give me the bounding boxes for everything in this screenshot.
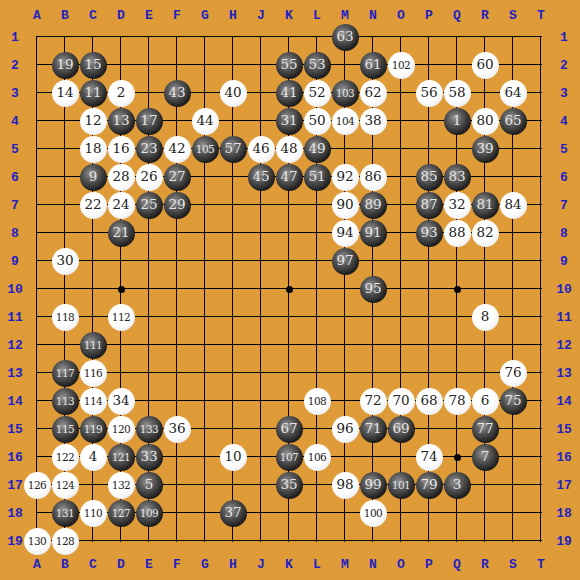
intersection-O7[interactable] <box>387 191 415 219</box>
intersection-P10[interactable] <box>415 275 443 303</box>
white-stone-R8[interactable]: 82 <box>472 220 499 247</box>
intersection-H19[interactable] <box>219 527 247 555</box>
intersection-E10[interactable] <box>135 275 163 303</box>
white-stone-M8[interactable]: 94 <box>332 220 359 247</box>
intersection-M18[interactable] <box>331 499 359 527</box>
intersection-F6[interactable]: 27 <box>163 163 191 191</box>
intersection-N4[interactable]: 38 <box>359 107 387 135</box>
intersection-B13[interactable]: 117 <box>51 359 79 387</box>
black-stone-H5[interactable]: 57 <box>220 136 247 163</box>
intersection-O18[interactable] <box>387 499 415 527</box>
intersection-G4[interactable]: 44 <box>191 107 219 135</box>
black-stone-C12[interactable]: 111 <box>80 332 107 359</box>
intersection-S1[interactable] <box>499 23 527 51</box>
intersection-C13[interactable]: 116 <box>79 359 107 387</box>
black-stone-E15[interactable]: 133 <box>136 416 163 443</box>
intersection-B8[interactable] <box>51 219 79 247</box>
intersection-C4[interactable]: 12 <box>79 107 107 135</box>
intersection-L8[interactable] <box>303 219 331 247</box>
intersection-L6[interactable]: 51 <box>303 163 331 191</box>
intersection-H7[interactable] <box>219 191 247 219</box>
intersection-S12[interactable] <box>499 331 527 359</box>
intersection-Q17[interactable]: 3 <box>443 471 471 499</box>
intersection-D13[interactable] <box>107 359 135 387</box>
intersection-J13[interactable] <box>247 359 275 387</box>
white-stone-K5[interactable]: 48 <box>276 136 303 163</box>
intersection-T15[interactable] <box>527 415 555 443</box>
intersection-K14[interactable] <box>275 387 303 415</box>
intersection-S15[interactable] <box>499 415 527 443</box>
intersection-T6[interactable] <box>527 163 555 191</box>
intersection-P4[interactable] <box>415 107 443 135</box>
intersection-A10[interactable] <box>23 275 51 303</box>
intersection-J14[interactable] <box>247 387 275 415</box>
intersection-O2[interactable]: 102 <box>387 51 415 79</box>
intersection-P6[interactable]: 85 <box>415 163 443 191</box>
intersection-N9[interactable] <box>359 247 387 275</box>
intersection-B7[interactable] <box>51 191 79 219</box>
white-stone-L4[interactable]: 50 <box>304 108 331 135</box>
intersection-G14[interactable] <box>191 387 219 415</box>
intersection-B9[interactable]: 30 <box>51 247 79 275</box>
intersection-H9[interactable] <box>219 247 247 275</box>
black-stone-K3[interactable]: 41 <box>276 80 303 107</box>
white-stone-E6[interactable]: 26 <box>136 164 163 191</box>
intersection-O17[interactable]: 101 <box>387 471 415 499</box>
white-stone-R11[interactable]: 8 <box>472 304 499 331</box>
intersection-A4[interactable] <box>23 107 51 135</box>
white-stone-P14[interactable]: 68 <box>416 388 443 415</box>
intersection-G16[interactable] <box>191 443 219 471</box>
intersection-B16[interactable]: 122 <box>51 443 79 471</box>
intersection-G19[interactable] <box>191 527 219 555</box>
intersection-J7[interactable] <box>247 191 275 219</box>
intersection-S7[interactable]: 84 <box>499 191 527 219</box>
intersection-D14[interactable]: 34 <box>107 387 135 415</box>
white-stone-Q3[interactable]: 58 <box>444 80 471 107</box>
black-stone-O15[interactable]: 69 <box>388 416 415 443</box>
intersection-P12[interactable] <box>415 331 443 359</box>
intersection-L1[interactable] <box>303 23 331 51</box>
black-stone-J6[interactable]: 45 <box>248 164 275 191</box>
intersection-F7[interactable]: 29 <box>163 191 191 219</box>
white-stone-P16[interactable]: 74 <box>416 444 443 471</box>
intersection-J10[interactable] <box>247 275 275 303</box>
intersection-K8[interactable] <box>275 219 303 247</box>
intersection-F1[interactable] <box>163 23 191 51</box>
black-stone-B18[interactable]: 131 <box>52 500 79 527</box>
white-stone-B11[interactable]: 118 <box>52 304 79 331</box>
intersection-S2[interactable] <box>499 51 527 79</box>
white-stone-H16[interactable]: 10 <box>220 444 247 471</box>
intersection-N5[interactable] <box>359 135 387 163</box>
black-stone-P8[interactable]: 93 <box>416 220 443 247</box>
intersection-R9[interactable] <box>471 247 499 275</box>
intersection-M8[interactable]: 94 <box>331 219 359 247</box>
black-stone-P7[interactable]: 87 <box>416 192 443 219</box>
intersection-G17[interactable] <box>191 471 219 499</box>
black-stone-K6[interactable]: 47 <box>276 164 303 191</box>
white-stone-F5[interactable]: 42 <box>164 136 191 163</box>
intersection-R6[interactable] <box>471 163 499 191</box>
white-stone-M6[interactable]: 92 <box>332 164 359 191</box>
intersection-S6[interactable] <box>499 163 527 191</box>
black-stone-F7[interactable]: 29 <box>164 192 191 219</box>
intersection-G11[interactable] <box>191 303 219 331</box>
intersection-Q4[interactable]: 1 <box>443 107 471 135</box>
intersection-D8[interactable]: 21 <box>107 219 135 247</box>
black-stone-D8[interactable]: 21 <box>108 220 135 247</box>
intersection-D10[interactable] <box>107 275 135 303</box>
intersection-Q13[interactable] <box>443 359 471 387</box>
intersection-E6[interactable]: 26 <box>135 163 163 191</box>
black-stone-M9[interactable]: 97 <box>332 248 359 275</box>
intersection-B10[interactable] <box>51 275 79 303</box>
intersection-S10[interactable] <box>499 275 527 303</box>
intersection-O3[interactable] <box>387 79 415 107</box>
white-stone-C13[interactable]: 116 <box>80 360 107 387</box>
white-stone-L14[interactable]: 108 <box>304 388 331 415</box>
white-stone-D11[interactable]: 112 <box>108 304 135 331</box>
intersection-F12[interactable] <box>163 331 191 359</box>
intersection-S19[interactable] <box>499 527 527 555</box>
intersection-K2[interactable]: 55 <box>275 51 303 79</box>
intersection-P1[interactable] <box>415 23 443 51</box>
intersection-T5[interactable] <box>527 135 555 163</box>
intersection-J1[interactable] <box>247 23 275 51</box>
intersection-Q6[interactable]: 83 <box>443 163 471 191</box>
white-stone-C4[interactable]: 12 <box>80 108 107 135</box>
intersection-C12[interactable]: 111 <box>79 331 107 359</box>
intersection-F13[interactable] <box>163 359 191 387</box>
black-stone-S4[interactable]: 65 <box>500 108 527 135</box>
intersection-H3[interactable]: 40 <box>219 79 247 107</box>
black-stone-F3[interactable]: 43 <box>164 80 191 107</box>
intersection-Q19[interactable] <box>443 527 471 555</box>
intersection-E8[interactable] <box>135 219 163 247</box>
intersection-G2[interactable] <box>191 51 219 79</box>
intersection-G3[interactable] <box>191 79 219 107</box>
black-stone-K2[interactable]: 55 <box>276 52 303 79</box>
intersection-L9[interactable] <box>303 247 331 275</box>
intersection-T19[interactable] <box>527 527 555 555</box>
intersection-C8[interactable] <box>79 219 107 247</box>
intersection-Q14[interactable]: 78 <box>443 387 471 415</box>
intersection-B4[interactable] <box>51 107 79 135</box>
intersection-Q2[interactable] <box>443 51 471 79</box>
intersection-J6[interactable]: 45 <box>247 163 275 191</box>
white-stone-D7[interactable]: 24 <box>108 192 135 219</box>
white-stone-L3[interactable]: 52 <box>304 80 331 107</box>
intersection-S13[interactable]: 76 <box>499 359 527 387</box>
intersection-F16[interactable] <box>163 443 191 471</box>
intersection-D12[interactable] <box>107 331 135 359</box>
intersection-T2[interactable] <box>527 51 555 79</box>
intersection-K15[interactable]: 67 <box>275 415 303 443</box>
white-stone-D6[interactable]: 28 <box>108 164 135 191</box>
intersection-F9[interactable] <box>163 247 191 275</box>
black-stone-K15[interactable]: 67 <box>276 416 303 443</box>
intersection-N19[interactable] <box>359 527 387 555</box>
intersection-K4[interactable]: 31 <box>275 107 303 135</box>
intersection-L7[interactable] <box>303 191 331 219</box>
intersection-R16[interactable]: 7 <box>471 443 499 471</box>
white-stone-R14[interactable]: 6 <box>472 388 499 415</box>
intersection-T13[interactable] <box>527 359 555 387</box>
intersection-H18[interactable]: 37 <box>219 499 247 527</box>
intersection-Q18[interactable] <box>443 499 471 527</box>
intersection-G12[interactable] <box>191 331 219 359</box>
intersection-O14[interactable]: 70 <box>387 387 415 415</box>
intersection-Q9[interactable] <box>443 247 471 275</box>
white-stone-O14[interactable]: 70 <box>388 388 415 415</box>
intersection-P3[interactable]: 56 <box>415 79 443 107</box>
intersection-P14[interactable]: 68 <box>415 387 443 415</box>
intersection-D19[interactable] <box>107 527 135 555</box>
intersection-N8[interactable]: 91 <box>359 219 387 247</box>
intersection-T1[interactable] <box>527 23 555 51</box>
intersection-F5[interactable]: 42 <box>163 135 191 163</box>
black-stone-C3[interactable]: 11 <box>80 80 107 107</box>
intersection-T8[interactable] <box>527 219 555 247</box>
intersection-D2[interactable] <box>107 51 135 79</box>
intersection-K10[interactable] <box>275 275 303 303</box>
intersection-K6[interactable]: 47 <box>275 163 303 191</box>
intersection-K7[interactable] <box>275 191 303 219</box>
black-stone-K16[interactable]: 107 <box>276 444 303 471</box>
black-stone-N10[interactable]: 95 <box>360 276 387 303</box>
black-stone-D18[interactable]: 127 <box>108 500 135 527</box>
black-stone-G5[interactable]: 105 <box>192 136 219 163</box>
intersection-Q10[interactable] <box>443 275 471 303</box>
black-stone-Q4[interactable]: 1 <box>444 108 471 135</box>
intersection-E7[interactable]: 25 <box>135 191 163 219</box>
white-stone-L16[interactable]: 106 <box>304 444 331 471</box>
white-stone-Q8[interactable]: 88 <box>444 220 471 247</box>
intersection-P15[interactable] <box>415 415 443 443</box>
black-stone-B13[interactable]: 117 <box>52 360 79 387</box>
intersection-M11[interactable] <box>331 303 359 331</box>
intersection-K11[interactable] <box>275 303 303 331</box>
black-stone-E18[interactable]: 109 <box>136 500 163 527</box>
intersection-G1[interactable] <box>191 23 219 51</box>
intersection-P9[interactable] <box>415 247 443 275</box>
intersection-C7[interactable]: 22 <box>79 191 107 219</box>
intersection-A16[interactable] <box>23 443 51 471</box>
intersection-T17[interactable] <box>527 471 555 499</box>
intersection-L19[interactable] <box>303 527 331 555</box>
intersection-T4[interactable] <box>527 107 555 135</box>
black-stone-N7[interactable]: 89 <box>360 192 387 219</box>
intersection-A3[interactable] <box>23 79 51 107</box>
intersection-T18[interactable] <box>527 499 555 527</box>
intersection-C5[interactable]: 18 <box>79 135 107 163</box>
intersection-S8[interactable] <box>499 219 527 247</box>
intersection-N14[interactable]: 72 <box>359 387 387 415</box>
intersection-D18[interactable]: 127 <box>107 499 135 527</box>
intersection-L5[interactable]: 49 <box>303 135 331 163</box>
black-stone-K17[interactable]: 35 <box>276 472 303 499</box>
intersection-L16[interactable]: 106 <box>303 443 331 471</box>
intersection-T9[interactable] <box>527 247 555 275</box>
intersection-G13[interactable] <box>191 359 219 387</box>
black-stone-D16[interactable]: 121 <box>108 444 135 471</box>
intersection-R10[interactable] <box>471 275 499 303</box>
intersection-E15[interactable]: 133 <box>135 415 163 443</box>
intersection-G10[interactable] <box>191 275 219 303</box>
intersection-Q12[interactable] <box>443 331 471 359</box>
intersection-Q16[interactable] <box>443 443 471 471</box>
intersection-H2[interactable] <box>219 51 247 79</box>
intersection-Q11[interactable] <box>443 303 471 331</box>
intersection-C15[interactable]: 119 <box>79 415 107 443</box>
intersection-T14[interactable] <box>527 387 555 415</box>
intersection-F2[interactable] <box>163 51 191 79</box>
white-stone-C5[interactable]: 18 <box>80 136 107 163</box>
intersection-K19[interactable] <box>275 527 303 555</box>
intersection-M9[interactable]: 97 <box>331 247 359 275</box>
intersection-H8[interactable] <box>219 219 247 247</box>
intersection-F17[interactable] <box>163 471 191 499</box>
intersection-D6[interactable]: 28 <box>107 163 135 191</box>
white-stone-S13[interactable]: 76 <box>500 360 527 387</box>
intersection-J5[interactable]: 46 <box>247 135 275 163</box>
black-stone-E7[interactable]: 25 <box>136 192 163 219</box>
intersection-A5[interactable] <box>23 135 51 163</box>
white-stone-N18[interactable]: 100 <box>360 500 387 527</box>
intersection-H4[interactable] <box>219 107 247 135</box>
intersection-F10[interactable] <box>163 275 191 303</box>
white-stone-M7[interactable]: 90 <box>332 192 359 219</box>
intersection-N3[interactable]: 62 <box>359 79 387 107</box>
white-stone-S3[interactable]: 64 <box>500 80 527 107</box>
black-stone-E16[interactable]: 33 <box>136 444 163 471</box>
intersection-A7[interactable] <box>23 191 51 219</box>
intersection-K17[interactable]: 35 <box>275 471 303 499</box>
intersection-G15[interactable] <box>191 415 219 443</box>
intersection-H15[interactable] <box>219 415 247 443</box>
intersection-K1[interactable] <box>275 23 303 51</box>
white-stone-D3[interactable]: 2 <box>108 80 135 107</box>
intersection-P7[interactable]: 87 <box>415 191 443 219</box>
intersection-H14[interactable] <box>219 387 247 415</box>
intersection-M6[interactable]: 92 <box>331 163 359 191</box>
intersection-C10[interactable] <box>79 275 107 303</box>
intersection-N11[interactable] <box>359 303 387 331</box>
intersection-A13[interactable] <box>23 359 51 387</box>
intersection-M12[interactable] <box>331 331 359 359</box>
intersection-M2[interactable] <box>331 51 359 79</box>
intersection-P13[interactable] <box>415 359 443 387</box>
intersection-D3[interactable]: 2 <box>107 79 135 107</box>
intersection-O16[interactable] <box>387 443 415 471</box>
intersection-N2[interactable]: 61 <box>359 51 387 79</box>
white-stone-Q7[interactable]: 32 <box>444 192 471 219</box>
intersection-R15[interactable]: 77 <box>471 415 499 443</box>
intersection-N16[interactable] <box>359 443 387 471</box>
intersection-N15[interactable]: 71 <box>359 415 387 443</box>
intersection-L4[interactable]: 50 <box>303 107 331 135</box>
intersection-C18[interactable]: 110 <box>79 499 107 527</box>
intersection-A2[interactable] <box>23 51 51 79</box>
intersection-M5[interactable] <box>331 135 359 163</box>
intersection-L10[interactable] <box>303 275 331 303</box>
intersection-Q5[interactable] <box>443 135 471 163</box>
intersection-S5[interactable] <box>499 135 527 163</box>
intersection-C3[interactable]: 11 <box>79 79 107 107</box>
white-stone-N6[interactable]: 86 <box>360 164 387 191</box>
black-stone-O17[interactable]: 101 <box>388 472 415 499</box>
white-stone-A17[interactable]: 126 <box>24 472 51 499</box>
intersection-R13[interactable] <box>471 359 499 387</box>
intersection-D5[interactable]: 16 <box>107 135 135 163</box>
intersection-R4[interactable]: 80 <box>471 107 499 135</box>
black-stone-R16[interactable]: 7 <box>472 444 499 471</box>
intersection-G8[interactable] <box>191 219 219 247</box>
intersection-F18[interactable] <box>163 499 191 527</box>
intersection-R7[interactable]: 81 <box>471 191 499 219</box>
intersection-B2[interactable]: 19 <box>51 51 79 79</box>
intersection-B6[interactable] <box>51 163 79 191</box>
intersection-O1[interactable] <box>387 23 415 51</box>
intersection-J16[interactable] <box>247 443 275 471</box>
intersection-A8[interactable] <box>23 219 51 247</box>
intersection-B19[interactable]: 128 <box>51 527 79 555</box>
intersection-E2[interactable] <box>135 51 163 79</box>
intersection-J12[interactable] <box>247 331 275 359</box>
intersection-L13[interactable] <box>303 359 331 387</box>
intersection-J18[interactable] <box>247 499 275 527</box>
intersection-S18[interactable] <box>499 499 527 527</box>
intersection-H12[interactable] <box>219 331 247 359</box>
intersection-K12[interactable] <box>275 331 303 359</box>
intersection-K9[interactable] <box>275 247 303 275</box>
black-stone-Q6[interactable]: 83 <box>444 164 471 191</box>
intersection-H17[interactable] <box>219 471 247 499</box>
white-stone-P3[interactable]: 56 <box>416 80 443 107</box>
intersection-A18[interactable] <box>23 499 51 527</box>
intersection-A1[interactable] <box>23 23 51 51</box>
intersection-C16[interactable]: 4 <box>79 443 107 471</box>
intersection-H13[interactable] <box>219 359 247 387</box>
intersection-P16[interactable]: 74 <box>415 443 443 471</box>
white-stone-O2[interactable]: 102 <box>388 52 415 79</box>
black-stone-Q17[interactable]: 3 <box>444 472 471 499</box>
intersection-T10[interactable] <box>527 275 555 303</box>
intersection-F14[interactable] <box>163 387 191 415</box>
intersection-T3[interactable] <box>527 79 555 107</box>
intersection-B5[interactable] <box>51 135 79 163</box>
white-stone-N4[interactable]: 38 <box>360 108 387 135</box>
black-stone-E4[interactable]: 17 <box>136 108 163 135</box>
intersection-K13[interactable] <box>275 359 303 387</box>
intersection-P2[interactable] <box>415 51 443 79</box>
intersection-N17[interactable]: 99 <box>359 471 387 499</box>
intersection-O12[interactable] <box>387 331 415 359</box>
intersection-Q8[interactable]: 88 <box>443 219 471 247</box>
intersection-A6[interactable] <box>23 163 51 191</box>
intersection-R3[interactable] <box>471 79 499 107</box>
intersection-P17[interactable]: 79 <box>415 471 443 499</box>
black-stone-E17[interactable]: 5 <box>136 472 163 499</box>
intersection-E5[interactable]: 23 <box>135 135 163 163</box>
intersection-J8[interactable] <box>247 219 275 247</box>
intersection-J19[interactable] <box>247 527 275 555</box>
intersection-S9[interactable] <box>499 247 527 275</box>
intersection-L12[interactable] <box>303 331 331 359</box>
white-stone-R2[interactable]: 60 <box>472 52 499 79</box>
intersection-T11[interactable] <box>527 303 555 331</box>
